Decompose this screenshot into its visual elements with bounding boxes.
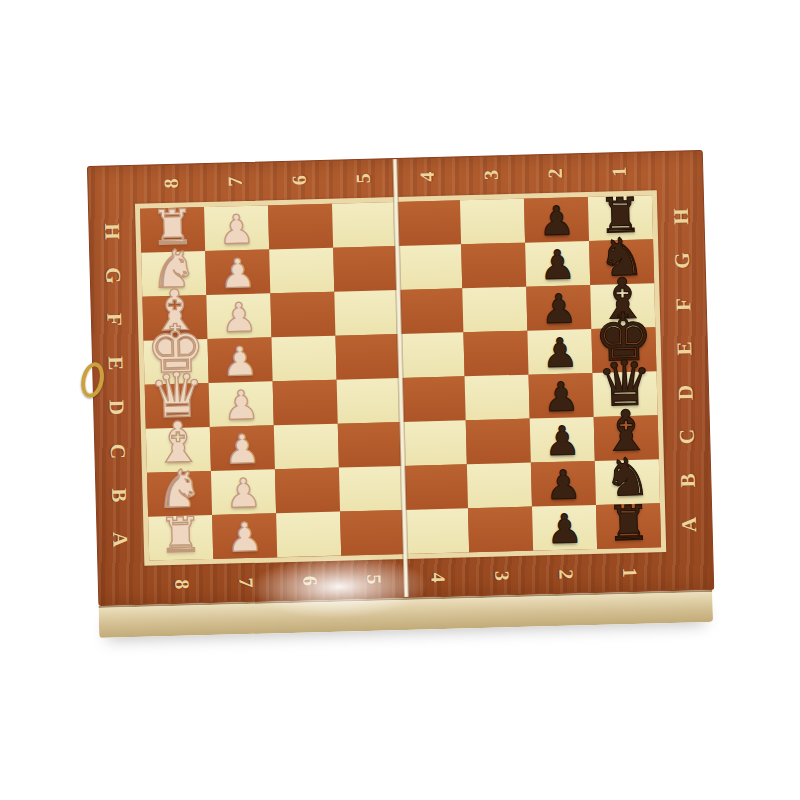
square-a1: ♜ [596,503,661,549]
square-c6 [274,424,339,470]
white-pawn-a7: ♟ [226,517,263,558]
square-h7: ♟ [204,205,269,251]
white-pawn-g7: ♟ [219,253,256,294]
square-b6 [275,468,340,514]
white-pawn-d7: ♟ [223,385,260,426]
square-c7: ♟ [210,425,275,471]
square-d6 [273,380,338,426]
square-b7: ♟ [211,469,276,515]
square-f4 [398,288,463,334]
white-pawn-c7: ♟ [224,429,261,470]
square-e5 [335,334,400,380]
black-pawn-a2: ♟ [546,508,583,549]
square-c4 [402,420,467,466]
square-h2: ♟ [524,197,589,243]
coord-label-5: 5 [344,146,383,211]
square-e7: ♟ [207,337,272,383]
square-a8: ♜ [148,515,213,561]
coord-label-f: F [92,296,137,342]
coord-label-e: E [662,325,707,371]
square-d7: ♟ [209,381,274,427]
square-g4 [397,244,462,290]
coord-label-d: D [94,384,139,430]
black-pawn-e2: ♟ [542,332,579,373]
square-f5 [334,290,399,336]
coord-label-7: 7 [216,149,255,214]
square-e4 [399,332,464,378]
square-g6 [269,248,334,294]
white-rook-a8: ♜ [158,510,202,559]
photo-glare [248,552,430,621]
coord-label-g: G [91,252,136,298]
coord-label-h: H [90,208,135,254]
square-d4 [401,376,466,422]
square-d5 [337,378,402,424]
file-labels-right: HGFEDCBA [658,194,712,547]
chess-board: 87654321 87654321 HGFEDCBA HGFEDCBA ♜♟♟♜… [87,150,714,606]
square-e2: ♟ [527,329,592,375]
square-b3 [467,463,532,509]
coord-label-4: 4 [408,144,447,209]
square-g5 [333,246,398,292]
coord-label-c: C [95,428,140,474]
coord-label-d: D [663,369,708,415]
coord-label-a: A [666,501,711,547]
coord-label-2: 2 [536,141,575,206]
square-c3 [466,419,531,465]
square-e6 [271,336,336,382]
black-pawn-g2: ♟ [539,244,576,285]
square-f3 [462,287,527,333]
coord-label-f: F [661,281,706,327]
black-pawn-d2: ♟ [543,376,580,417]
coord-label-3: 3 [482,543,521,608]
square-f7: ♟ [206,293,271,339]
black-pawn-f2: ♟ [540,288,577,329]
black-pawn-h2: ♟ [538,200,575,241]
coord-label-h: H [658,194,703,240]
black-pawn-c2: ♟ [544,420,581,461]
square-b4 [403,464,468,510]
square-g2: ♟ [525,241,590,287]
square-c5 [338,422,403,468]
white-pawn-b7: ♟ [225,473,262,514]
white-pawn-h7: ♟ [218,209,255,250]
product-photo: 87654321 87654321 HGFEDCBA HGFEDCBA ♜♟♟♜… [87,150,713,638]
square-d2: ♟ [529,373,594,419]
square-g3 [461,243,526,289]
coord-label-b: B [665,457,710,503]
square-c2: ♟ [530,417,595,463]
coord-label-6: 6 [280,148,319,213]
square-b5 [339,466,404,512]
coord-label-a: A [98,516,143,562]
black-pawn-b2: ♟ [545,464,582,505]
coord-label-3: 3 [472,143,511,208]
square-e3 [463,331,528,377]
square-d3 [465,375,530,421]
coord-label-c: C [664,413,709,459]
black-rook-a1: ♜ [606,499,650,548]
square-b2: ♟ [531,461,596,507]
square-g7: ♟ [205,249,270,295]
coord-label-g: G [660,238,705,284]
square-f6 [270,292,335,338]
white-pawn-f7: ♟ [220,297,257,338]
square-a7: ♟ [212,513,277,559]
square-f2: ♟ [526,285,591,331]
square-a2: ♟ [532,505,597,551]
coord-label-b: B [96,472,141,518]
white-pawn-e7: ♟ [222,341,259,382]
